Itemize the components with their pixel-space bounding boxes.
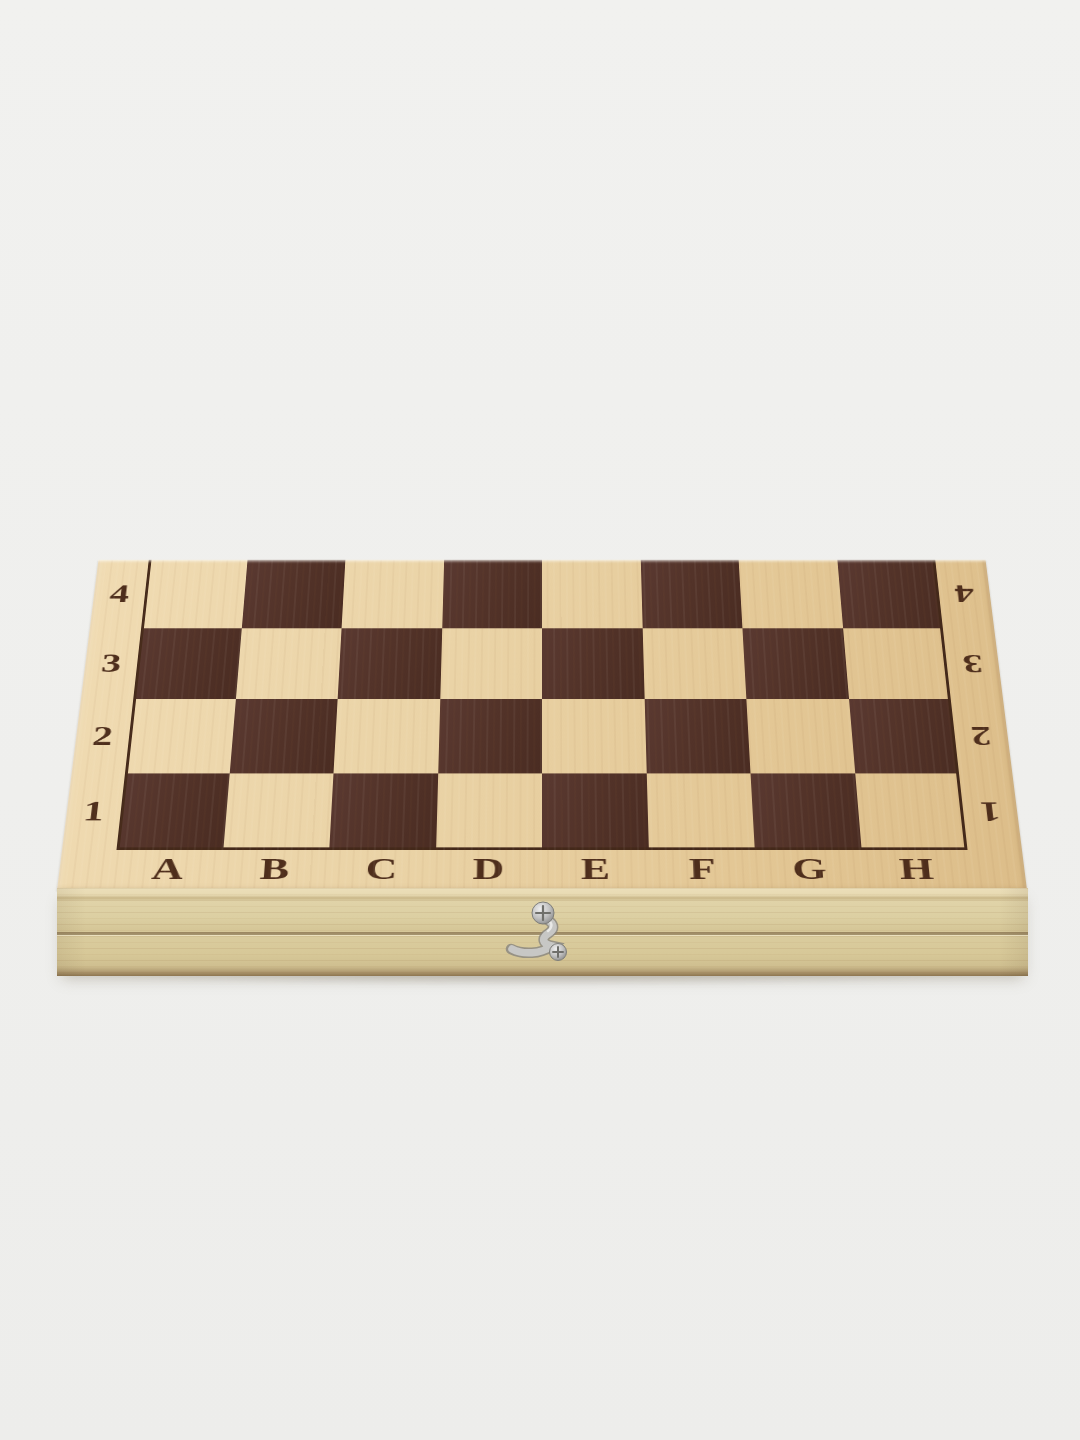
file-label-e: E bbox=[542, 850, 650, 890]
rank-label-left-3: 3 bbox=[81, 628, 141, 699]
square-a2 bbox=[125, 699, 235, 773]
square-d4 bbox=[442, 560, 542, 628]
file-label-d: D bbox=[435, 850, 543, 890]
square-c4 bbox=[342, 560, 444, 628]
corner-bottom-left bbox=[57, 850, 116, 890]
square-d2 bbox=[438, 699, 542, 773]
file-label-b: B bbox=[220, 850, 330, 890]
file-label-a: A bbox=[112, 850, 223, 890]
square-a4 bbox=[141, 560, 247, 628]
square-h4 bbox=[837, 560, 943, 628]
square-e1 bbox=[542, 773, 648, 850]
square-e4 bbox=[542, 560, 642, 628]
product-photo-scene: 44332211ABCDEFGH bbox=[0, 0, 1080, 1440]
square-f3 bbox=[642, 628, 746, 699]
square-c2 bbox=[334, 699, 440, 773]
board-grid: 44332211ABCDEFGH bbox=[57, 560, 1027, 890]
square-h2 bbox=[849, 699, 959, 773]
square-d1 bbox=[436, 773, 542, 850]
square-f2 bbox=[644, 699, 750, 773]
hook-latch-icon bbox=[497, 900, 607, 964]
square-g3 bbox=[742, 628, 848, 699]
square-g1 bbox=[750, 773, 861, 850]
square-b3 bbox=[235, 628, 341, 699]
square-a1 bbox=[116, 773, 229, 850]
rank-label-right-2: 2 bbox=[951, 699, 1013, 773]
rank-label-left-4: 4 bbox=[90, 560, 149, 628]
square-e3 bbox=[542, 628, 644, 699]
file-label-g: G bbox=[755, 850, 865, 890]
square-b1 bbox=[223, 773, 334, 850]
square-g4 bbox=[739, 560, 843, 628]
rank-label-right-3: 3 bbox=[943, 628, 1003, 699]
rank-label-left-2: 2 bbox=[72, 699, 134, 773]
chess-box-lid: 44332211ABCDEFGH bbox=[57, 560, 1027, 890]
square-f1 bbox=[646, 773, 755, 850]
rank-label-right-1: 1 bbox=[959, 773, 1022, 850]
square-h3 bbox=[843, 628, 951, 699]
square-b4 bbox=[241, 560, 345, 628]
square-g2 bbox=[746, 699, 854, 773]
square-f4 bbox=[640, 560, 742, 628]
square-h1 bbox=[855, 773, 968, 850]
rank-label-left-1: 1 bbox=[62, 773, 125, 850]
box-front-face bbox=[57, 888, 1028, 976]
file-label-h: H bbox=[861, 850, 972, 890]
file-label-c: C bbox=[327, 850, 436, 890]
file-label-f: F bbox=[648, 850, 757, 890]
square-a3 bbox=[133, 628, 241, 699]
square-c3 bbox=[338, 628, 442, 699]
square-d3 bbox=[440, 628, 542, 699]
square-c1 bbox=[329, 773, 438, 850]
square-e2 bbox=[542, 699, 646, 773]
square-b2 bbox=[229, 699, 337, 773]
corner-bottom-right bbox=[968, 850, 1027, 890]
rank-label-right-4: 4 bbox=[935, 560, 994, 628]
